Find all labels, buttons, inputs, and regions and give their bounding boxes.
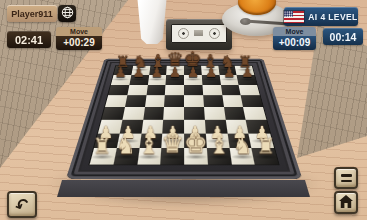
chess-board: ♜♞♝♛♚♝♞♜♟♟♟♟♟♟♟♟♟♟♟♟♟♟♟♟♜♞♝♛♚♝♞♜ (65, 59, 302, 179)
black-move-time: +00:09 (273, 36, 316, 50)
menu-button[interactable] (334, 167, 358, 189)
piece-white-king-e1[interactable]: ♚ (184, 126, 207, 156)
undo-button[interactable]: ↶ (7, 191, 37, 218)
piece-black-pawn-a7[interactable]: ♟ (111, 56, 129, 80)
player-name-badge: Player911 (7, 5, 57, 22)
white-move-time: +00:29 (56, 36, 102, 50)
piece-black-pawn-e7[interactable]: ♟ (184, 56, 202, 80)
black-clock: 00:14 (323, 28, 363, 45)
piece-white-rook-h1[interactable]: ♜ (254, 126, 277, 156)
piece-white-queen-d1[interactable]: ♛ (160, 126, 183, 156)
globe-button[interactable] (58, 5, 76, 22)
piece-white-bishop-c1[interactable]: ♝ (137, 126, 160, 156)
white-move-label: Move (56, 27, 102, 36)
menu-bars-icon (341, 174, 352, 177)
piece-black-pawn-h7[interactable]: ♟ (238, 56, 256, 80)
white-clock: 02:41 (7, 31, 51, 48)
player-name-label: Player911 (11, 9, 53, 19)
globe-icon (61, 5, 74, 23)
piece-black-pawn-f7[interactable]: ♟ (202, 56, 220, 80)
home-button[interactable] (334, 191, 358, 214)
piece-white-knight-b1[interactable]: ♞ (113, 126, 136, 156)
white-clock-time: 02:41 (15, 34, 43, 46)
home-icon (339, 194, 353, 212)
black-move-timer: Move +00:09 (273, 27, 316, 50)
ai-level-label: AI 4 LEVEL (308, 12, 357, 22)
piece-white-knight-g1[interactable]: ♞ (230, 126, 253, 156)
ai-level-badge: AI 4 LEVEL (284, 7, 358, 26)
game-screen: ♜♞♝♛♚♝♞♜♟♟♟♟♟♟♟♟♟♟♟♟♟♟♟♟♜♞♝♛♚♝♞♜ Player9… (0, 0, 367, 220)
board-pieces: ♜♞♝♛♚♝♞♜♟♟♟♟♟♟♟♟♟♟♟♟♟♟♟♟♜♞♝♛♚♝♞♜ (88, 65, 280, 165)
black-move-label: Move (273, 27, 316, 36)
piece-black-pawn-c7[interactable]: ♟ (147, 56, 165, 80)
piece-black-pawn-g7[interactable]: ♟ (220, 56, 238, 80)
black-clock-time: 00:14 (330, 31, 357, 43)
piece-white-bishop-f1[interactable]: ♝ (207, 126, 230, 156)
us-flag-icon (284, 11, 304, 23)
piece-black-pawn-b7[interactable]: ♟ (129, 56, 147, 80)
piece-black-pawn-d7[interactable]: ♟ (165, 56, 183, 80)
white-move-timer: Move +00:29 (56, 27, 102, 50)
undo-arrow-icon: ↶ (11, 192, 32, 216)
piece-white-rook-a1[interactable]: ♜ (90, 126, 113, 156)
